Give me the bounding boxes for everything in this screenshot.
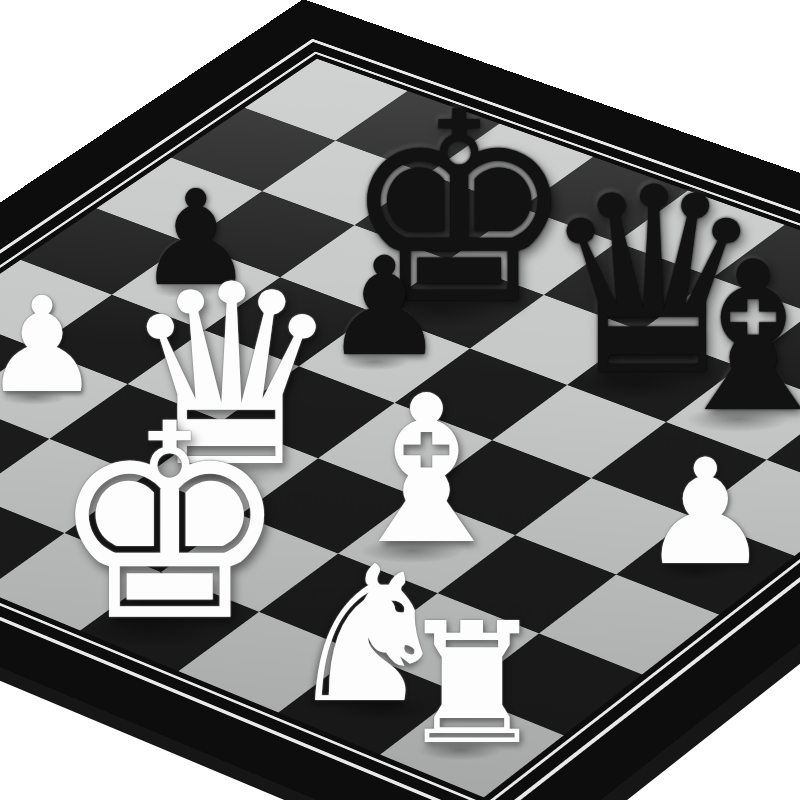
piece-white-rook[interactable]: ♜	[397, 601, 547, 769]
piece-white-king[interactable]: ♚	[49, 389, 291, 659]
piece-black-bishop[interactable]: ♝	[661, 236, 800, 442]
chess-photo-stage: ♚♛♝♟♟♟♛♚♝♟♞♜	[0, 0, 800, 800]
piece-white-pawn-h4[interactable]: ♟	[640, 440, 771, 586]
